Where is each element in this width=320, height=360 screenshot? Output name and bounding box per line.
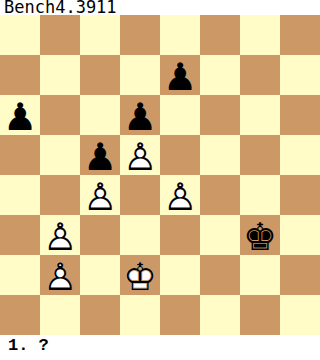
square-g5[interactable] [240,135,280,175]
black-pawn: ♟ [160,57,200,97]
white-pawn-fill: ♟ [80,177,120,217]
square-h8[interactable] [280,15,320,55]
square-b1[interactable] [40,295,80,335]
white-pawn: ♙ [160,177,200,217]
white-pawn: ♙ [40,257,80,297]
square-g2[interactable] [240,255,280,295]
square-e1[interactable] [160,295,200,335]
white-pawn: ♙ [40,217,80,257]
white-pawn: ♙ [80,177,120,217]
square-d8[interactable] [120,15,160,55]
square-f5[interactable] [200,135,240,175]
square-b4[interactable] [40,175,80,215]
black-pawn: ♟ [120,97,160,137]
square-a7[interactable] [0,55,40,95]
white-pawn-fill: ♟ [120,137,160,177]
square-a4[interactable] [0,175,40,215]
white-pawn-fill: ♟ [40,257,80,297]
square-a8[interactable] [0,15,40,55]
square-g6[interactable] [240,95,280,135]
square-d7[interactable] [120,55,160,95]
square-h4[interactable] [280,175,320,215]
square-b8[interactable] [40,15,80,55]
square-a2[interactable] [0,255,40,295]
square-h7[interactable] [280,55,320,95]
square-e2[interactable] [160,255,200,295]
move-prompt: 1. ? [8,336,49,356]
square-b3[interactable]: ♟♙ [40,215,80,255]
square-h1[interactable] [280,295,320,335]
square-c6[interactable] [80,95,120,135]
square-b6[interactable] [40,95,80,135]
square-h6[interactable] [280,95,320,135]
square-e5[interactable] [160,135,200,175]
white-pawn: ♙ [120,137,160,177]
square-f8[interactable] [200,15,240,55]
square-f4[interactable] [200,175,240,215]
square-e7[interactable]: ♟ [160,55,200,95]
square-c1[interactable] [80,295,120,335]
square-f7[interactable] [200,55,240,95]
square-g3[interactable]: ♚ [240,215,280,255]
square-e4[interactable]: ♟♙ [160,175,200,215]
black-king: ♚ [240,217,280,257]
square-e3[interactable] [160,215,200,255]
square-d1[interactable] [120,295,160,335]
square-g1[interactable] [240,295,280,335]
square-e8[interactable] [160,15,200,55]
square-e6[interactable] [160,95,200,135]
black-pawn: ♟ [0,97,40,137]
square-d6[interactable]: ♟ [120,95,160,135]
square-a6[interactable]: ♟ [0,95,40,135]
white-king-fill: ♚ [120,257,160,297]
black-pawn: ♟ [80,137,120,177]
square-d5[interactable]: ♟♙ [120,135,160,175]
window-title: Bench4.3911 [4,0,117,15]
square-a3[interactable] [0,215,40,255]
square-g7[interactable] [240,55,280,95]
square-c3[interactable] [80,215,120,255]
square-h5[interactable] [280,135,320,175]
square-b5[interactable] [40,135,80,175]
square-c7[interactable] [80,55,120,95]
square-f1[interactable] [200,295,240,335]
square-c5[interactable]: ♟ [80,135,120,175]
chess-board: ♟♟♟♟♟♙♟♙♟♙♟♙♚♟♙♚♔ [0,15,320,335]
square-h2[interactable] [280,255,320,295]
square-h3[interactable] [280,215,320,255]
square-f2[interactable] [200,255,240,295]
white-pawn-fill: ♟ [160,177,200,217]
square-a1[interactable] [0,295,40,335]
square-c2[interactable] [80,255,120,295]
square-b2[interactable]: ♟♙ [40,255,80,295]
square-d4[interactable] [120,175,160,215]
square-g8[interactable] [240,15,280,55]
white-pawn-fill: ♟ [40,217,80,257]
square-b7[interactable] [40,55,80,95]
white-king: ♔ [120,257,160,297]
square-c4[interactable]: ♟♙ [80,175,120,215]
square-a5[interactable] [0,135,40,175]
square-d2[interactable]: ♚♔ [120,255,160,295]
square-f3[interactable] [200,215,240,255]
square-c8[interactable] [80,15,120,55]
square-f6[interactable] [200,95,240,135]
square-d3[interactable] [120,215,160,255]
square-g4[interactable] [240,175,280,215]
